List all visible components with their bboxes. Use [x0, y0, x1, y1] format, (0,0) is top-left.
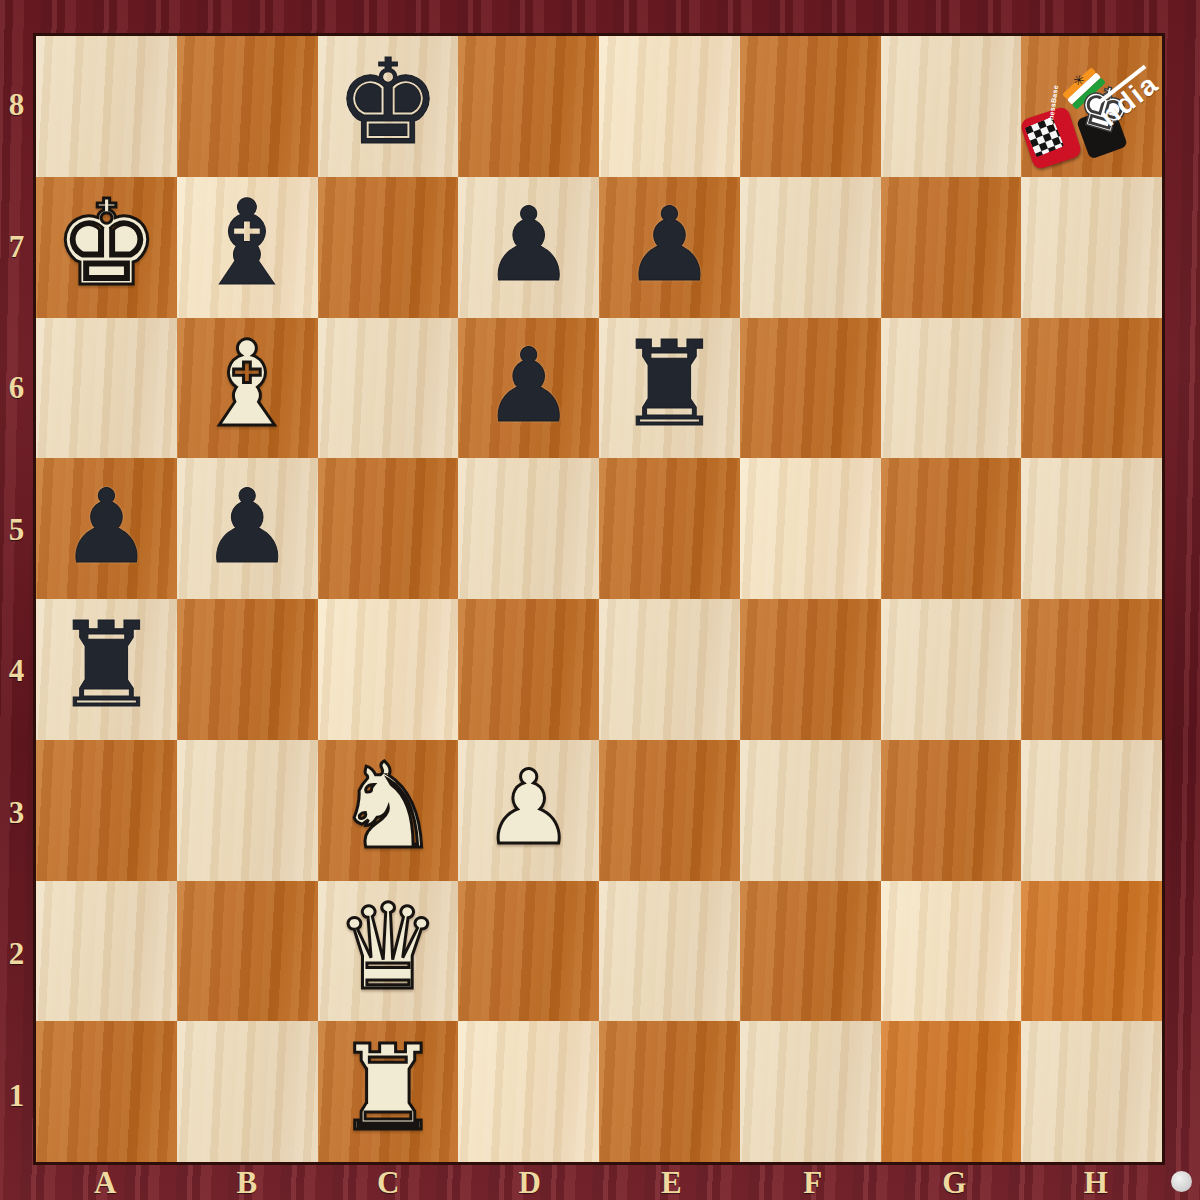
black-rook[interactable]: ♜: [53, 606, 159, 724]
square-a8[interactable]: [36, 36, 177, 177]
square-e8[interactable]: [599, 36, 740, 177]
white-knight[interactable]: ♞: [335, 747, 441, 865]
square-f6[interactable]: [740, 318, 881, 459]
square-b2[interactable]: [177, 881, 318, 1022]
logo-brand-text: ChessBase: [1047, 85, 1059, 126]
file-label-e: E: [601, 1166, 743, 1199]
white-queen[interactable]: ♛: [335, 888, 441, 1006]
black-pawn[interactable]: ♟: [61, 476, 152, 578]
square-c1[interactable]: ♜: [318, 1021, 459, 1162]
square-g3[interactable]: [881, 740, 1022, 881]
square-a2[interactable]: [36, 881, 177, 1022]
square-g5[interactable]: [881, 458, 1022, 599]
square-h5[interactable]: [1021, 458, 1162, 599]
square-f8[interactable]: [740, 36, 881, 177]
rank-label-1: 1: [0, 1025, 33, 1167]
square-a4[interactable]: ♜: [36, 599, 177, 740]
square-d6[interactable]: ♟: [458, 318, 599, 459]
file-label-f: F: [742, 1166, 884, 1199]
chessbase-india-logo: ChessBase ✳ ♚ ndia: [1018, 50, 1173, 180]
logo-red-card: ChessBase: [1019, 106, 1083, 171]
square-d5[interactable]: [458, 458, 599, 599]
file-label-h: H: [1025, 1166, 1167, 1199]
square-c2[interactable]: ♛: [318, 881, 459, 1022]
white-bishop[interactable]: ♝: [194, 325, 300, 443]
black-bishop[interactable]: ♝: [194, 184, 300, 302]
square-b5[interactable]: ♟: [177, 458, 318, 599]
rank-label-3: 3: [0, 742, 33, 884]
square-a7[interactable]: ♚: [36, 177, 177, 318]
square-b7[interactable]: ♝: [177, 177, 318, 318]
file-label-c: C: [318, 1166, 460, 1199]
black-pawn[interactable]: ♟: [483, 335, 574, 437]
square-e4[interactable]: [599, 599, 740, 740]
white-rook[interactable]: ♜: [335, 1029, 441, 1147]
square-e6[interactable]: ♜: [599, 318, 740, 459]
square-c5[interactable]: [318, 458, 459, 599]
square-g4[interactable]: [881, 599, 1022, 740]
rank-label-6: 6: [0, 318, 33, 460]
square-g1[interactable]: [881, 1021, 1022, 1162]
square-a1[interactable]: [36, 1021, 177, 1162]
square-c7[interactable]: [318, 177, 459, 318]
rank-label-7: 7: [0, 176, 33, 318]
square-c6[interactable]: [318, 318, 459, 459]
square-a3[interactable]: [36, 740, 177, 881]
square-d7[interactable]: ♟: [458, 177, 599, 318]
square-e1[interactable]: [599, 1021, 740, 1162]
square-f2[interactable]: [740, 881, 881, 1022]
square-g2[interactable]: [881, 881, 1022, 1022]
square-c3[interactable]: ♞: [318, 740, 459, 881]
square-b8[interactable]: [177, 36, 318, 177]
square-b1[interactable]: [177, 1021, 318, 1162]
square-d3[interactable]: ♟: [458, 740, 599, 881]
square-d4[interactable]: [458, 599, 599, 740]
square-a6[interactable]: [36, 318, 177, 459]
square-f5[interactable]: [740, 458, 881, 599]
square-g8[interactable]: [881, 36, 1022, 177]
black-rook[interactable]: ♜: [616, 325, 722, 443]
square-e7[interactable]: ♟: [599, 177, 740, 318]
square-b3[interactable]: [177, 740, 318, 881]
corner-dot: [1171, 1171, 1192, 1192]
square-f1[interactable]: [740, 1021, 881, 1162]
rank-label-2: 2: [0, 884, 33, 1026]
rank-label-5: 5: [0, 459, 33, 601]
square-h3[interactable]: [1021, 740, 1162, 881]
black-pawn[interactable]: ♟: [201, 476, 292, 578]
logo-checkerboard-icon: [1024, 117, 1064, 158]
square-c4[interactable]: [318, 599, 459, 740]
square-h2[interactable]: [1021, 881, 1162, 1022]
file-label-a: A: [35, 1166, 177, 1199]
square-h1[interactable]: [1021, 1021, 1162, 1162]
square-e3[interactable]: [599, 740, 740, 881]
square-d1[interactable]: [458, 1021, 599, 1162]
square-f3[interactable]: [740, 740, 881, 881]
square-d2[interactable]: [458, 881, 599, 1022]
black-pawn[interactable]: ♟: [483, 194, 574, 296]
square-b6[interactable]: ♝: [177, 318, 318, 459]
square-h6[interactable]: [1021, 318, 1162, 459]
white-pawn[interactable]: ♟: [483, 757, 574, 859]
square-g7[interactable]: [881, 177, 1022, 318]
file-label-b: B: [176, 1166, 318, 1199]
square-b4[interactable]: [177, 599, 318, 740]
square-d8[interactable]: [458, 36, 599, 177]
black-king[interactable]: ♚: [335, 43, 441, 161]
rank-label-8: 8: [0, 35, 33, 177]
square-g6[interactable]: [881, 318, 1022, 459]
black-pawn[interactable]: ♟: [624, 194, 715, 296]
square-c8[interactable]: ♚: [318, 36, 459, 177]
square-a5[interactable]: ♟: [36, 458, 177, 599]
file-label-g: G: [884, 1166, 1026, 1199]
square-e5[interactable]: [599, 458, 740, 599]
square-e2[interactable]: [599, 881, 740, 1022]
white-king[interactable]: ♚: [53, 184, 159, 302]
square-h7[interactable]: [1021, 177, 1162, 318]
chess-diagram: ♚♚♝♟♟♝♟♜♟♟♜♞♟♛♜ 87654321 ABCDEFGH ChessB…: [0, 0, 1200, 1200]
square-f4[interactable]: [740, 599, 881, 740]
rank-label-4: 4: [0, 601, 33, 743]
square-f7[interactable]: [740, 177, 881, 318]
chess-board: ♚♚♝♟♟♝♟♜♟♟♜♞♟♛♜: [33, 33, 1165, 1165]
square-h4[interactable]: [1021, 599, 1162, 740]
file-label-d: D: [459, 1166, 601, 1199]
